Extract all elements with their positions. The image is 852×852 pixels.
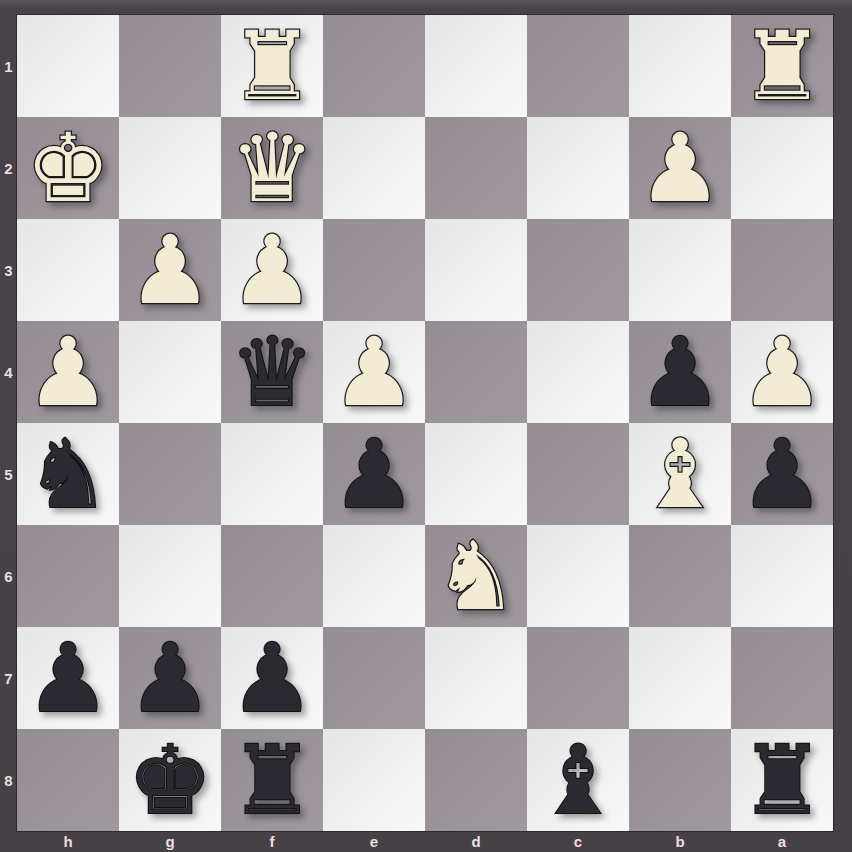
square-c3[interactable]	[527, 219, 629, 321]
rank-label-4: 4	[0, 321, 17, 423]
piece-white-knight[interactable]: ♞	[433, 529, 518, 624]
square-g8[interactable]: ♚	[119, 729, 221, 831]
piece-black-bishop[interactable]: ♝	[535, 733, 620, 828]
rank-label-5: 5	[0, 423, 17, 525]
square-d8[interactable]	[425, 729, 527, 831]
file-label-b: b	[629, 831, 731, 852]
square-f8[interactable]: ♜	[221, 729, 323, 831]
file-labels: hgfedcba	[17, 831, 833, 852]
square-a7[interactable]	[731, 627, 833, 729]
square-d1[interactable]	[425, 15, 527, 117]
square-c4[interactable]	[527, 321, 629, 423]
rank-label-3: 3	[0, 219, 17, 321]
board-frame: 12345678 ♜♜♚♛♟♟♟♟♛♟♟♟♞♟♝♟♞♟♟♟♚♜♝♜ hgfedc…	[0, 0, 852, 852]
square-e2[interactable]	[323, 117, 425, 219]
piece-black-pawn[interactable]: ♟	[229, 631, 314, 726]
square-f7[interactable]: ♟	[221, 627, 323, 729]
piece-black-pawn[interactable]: ♟	[739, 427, 824, 522]
square-d7[interactable]	[425, 627, 527, 729]
piece-black-knight[interactable]: ♞	[25, 427, 110, 522]
square-e3[interactable]	[323, 219, 425, 321]
piece-black-pawn[interactable]: ♟	[637, 325, 722, 420]
square-a4[interactable]: ♟	[731, 321, 833, 423]
square-b8[interactable]	[629, 729, 731, 831]
piece-black-queen[interactable]: ♛	[229, 325, 314, 420]
square-a3[interactable]	[731, 219, 833, 321]
square-d3[interactable]	[425, 219, 527, 321]
piece-black-pawn[interactable]: ♟	[25, 631, 110, 726]
piece-white-king[interactable]: ♚	[25, 121, 110, 216]
rank-label-2: 2	[0, 117, 17, 219]
square-e7[interactable]	[323, 627, 425, 729]
square-h7[interactable]: ♟	[17, 627, 119, 729]
square-c6[interactable]	[527, 525, 629, 627]
square-a8[interactable]: ♜	[731, 729, 833, 831]
square-c8[interactable]: ♝	[527, 729, 629, 831]
file-label-g: g	[119, 831, 221, 852]
square-g2[interactable]	[119, 117, 221, 219]
square-e4[interactable]: ♟	[323, 321, 425, 423]
square-d2[interactable]	[425, 117, 527, 219]
square-b1[interactable]	[629, 15, 731, 117]
file-label-d: d	[425, 831, 527, 852]
file-label-c: c	[527, 831, 629, 852]
square-b3[interactable]	[629, 219, 731, 321]
square-c7[interactable]	[527, 627, 629, 729]
square-c2[interactable]	[527, 117, 629, 219]
square-g5[interactable]	[119, 423, 221, 525]
square-g1[interactable]	[119, 15, 221, 117]
square-a2[interactable]	[731, 117, 833, 219]
square-b6[interactable]	[629, 525, 731, 627]
square-g6[interactable]	[119, 525, 221, 627]
rank-label-1: 1	[0, 15, 17, 117]
square-a5[interactable]: ♟	[731, 423, 833, 525]
square-g3[interactable]: ♟	[119, 219, 221, 321]
square-g4[interactable]	[119, 321, 221, 423]
piece-white-queen[interactable]: ♛	[229, 121, 314, 216]
square-h5[interactable]: ♞	[17, 423, 119, 525]
piece-white-bishop[interactable]: ♝	[637, 427, 722, 522]
piece-white-pawn[interactable]: ♟	[739, 325, 824, 420]
square-b5[interactable]: ♝	[629, 423, 731, 525]
piece-white-pawn[interactable]: ♟	[637, 121, 722, 216]
rank-label-6: 6	[0, 525, 17, 627]
piece-black-rook[interactable]: ♜	[229, 733, 314, 828]
square-d4[interactable]	[425, 321, 527, 423]
square-h3[interactable]	[17, 219, 119, 321]
square-a6[interactable]	[731, 525, 833, 627]
square-a1[interactable]: ♜	[731, 15, 833, 117]
file-label-f: f	[221, 831, 323, 852]
piece-white-pawn[interactable]: ♟	[331, 325, 416, 420]
piece-white-pawn[interactable]: ♟	[127, 223, 212, 318]
square-e6[interactable]	[323, 525, 425, 627]
square-f5[interactable]	[221, 423, 323, 525]
piece-white-rook[interactable]: ♜	[229, 19, 314, 114]
square-d6[interactable]: ♞	[425, 525, 527, 627]
file-label-h: h	[17, 831, 119, 852]
square-e8[interactable]	[323, 729, 425, 831]
square-h4[interactable]: ♟	[17, 321, 119, 423]
square-h8[interactable]	[17, 729, 119, 831]
file-label-e: e	[323, 831, 425, 852]
square-f2[interactable]: ♛	[221, 117, 323, 219]
square-f1[interactable]: ♜	[221, 15, 323, 117]
rank-labels: 12345678	[0, 15, 17, 831]
square-h1[interactable]	[17, 15, 119, 117]
square-b2[interactable]: ♟	[629, 117, 731, 219]
square-c5[interactable]	[527, 423, 629, 525]
square-b4[interactable]: ♟	[629, 321, 731, 423]
piece-white-pawn[interactable]: ♟	[229, 223, 314, 318]
square-d5[interactable]	[425, 423, 527, 525]
square-f4[interactable]: ♛	[221, 321, 323, 423]
rank-label-7: 7	[0, 627, 17, 729]
piece-white-pawn[interactable]: ♟	[25, 325, 110, 420]
square-g7[interactable]: ♟	[119, 627, 221, 729]
square-b7[interactable]	[629, 627, 731, 729]
square-h6[interactable]	[17, 525, 119, 627]
square-f6[interactable]	[221, 525, 323, 627]
piece-black-pawn[interactable]: ♟	[331, 427, 416, 522]
square-f3[interactable]: ♟	[221, 219, 323, 321]
piece-black-king[interactable]: ♚	[127, 733, 212, 828]
file-label-a: a	[731, 831, 833, 852]
square-e1[interactable]	[323, 15, 425, 117]
square-c1[interactable]	[527, 15, 629, 117]
piece-black-rook[interactable]: ♜	[739, 733, 824, 828]
square-e5[interactable]: ♟	[323, 423, 425, 525]
chess-board: ♜♜♚♛♟♟♟♟♛♟♟♟♞♟♝♟♞♟♟♟♚♜♝♜	[17, 15, 833, 831]
rank-label-8: 8	[0, 729, 17, 831]
piece-white-rook[interactable]: ♜	[739, 19, 824, 114]
piece-black-pawn[interactable]: ♟	[127, 631, 212, 726]
square-h2[interactable]: ♚	[17, 117, 119, 219]
